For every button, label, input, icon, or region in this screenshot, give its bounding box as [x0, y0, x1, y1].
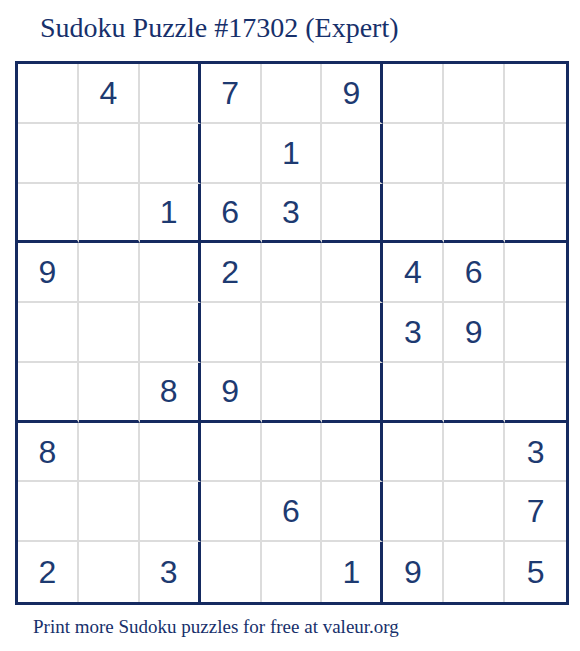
cell-r4c6: [322, 243, 383, 303]
cell-r6c3: 8: [140, 363, 201, 423]
cell-r6c7: [383, 363, 444, 423]
cell-r2c1: [18, 124, 79, 184]
cell-r2c9: [505, 124, 566, 184]
cell-r9c1: 2: [18, 542, 79, 602]
cell-r5c1: [18, 303, 79, 363]
cell-r1c6: 9: [322, 64, 383, 124]
cell-r3c6: [322, 184, 383, 244]
cell-r7c1: 8: [18, 423, 79, 483]
cell-r2c8: [444, 124, 505, 184]
cell-r7c4: [201, 423, 262, 483]
cell-r5c8: 9: [444, 303, 505, 363]
cell-r3c8: [444, 184, 505, 244]
cell-r7c8: [444, 423, 505, 483]
cell-r8c4: [201, 482, 262, 542]
cell-r2c3: [140, 124, 201, 184]
cell-r9c6: 1: [322, 542, 383, 602]
cell-r3c2: [79, 184, 140, 244]
page: Sudoku Puzzle #17302 (Expert) 4791163924…: [0, 0, 580, 651]
cell-r4c2: [79, 243, 140, 303]
cell-r3c3: 1: [140, 184, 201, 244]
cell-r6c4: 9: [201, 363, 262, 423]
cell-r3c7: [383, 184, 444, 244]
cell-r3c4: 6: [201, 184, 262, 244]
cell-r9c3: 3: [140, 542, 201, 602]
cell-r4c3: [140, 243, 201, 303]
cell-r5c4: [201, 303, 262, 363]
cell-r1c5: [262, 64, 323, 124]
cell-r9c7: 9: [383, 542, 444, 602]
cell-r4c5: [262, 243, 323, 303]
cell-r6c8: [444, 363, 505, 423]
sudoku-grid: 479116392463989836723195: [15, 61, 569, 605]
cell-r5c5: [262, 303, 323, 363]
cell-r9c4: [201, 542, 262, 602]
cell-r6c6: [322, 363, 383, 423]
cell-r5c7: 3: [383, 303, 444, 363]
cell-r2c2: [79, 124, 140, 184]
cell-r2c5: 1: [262, 124, 323, 184]
cell-r7c2: [79, 423, 140, 483]
cell-r8c9: 7: [505, 482, 566, 542]
cell-r1c7: [383, 64, 444, 124]
cell-r1c1: [18, 64, 79, 124]
cell-r9c5: [262, 542, 323, 602]
cell-r3c9: [505, 184, 566, 244]
cell-r5c3: [140, 303, 201, 363]
cell-r4c7: 4: [383, 243, 444, 303]
cell-r6c5: [262, 363, 323, 423]
cell-r8c7: [383, 482, 444, 542]
cell-r6c1: [18, 363, 79, 423]
cell-r9c9: 5: [505, 542, 566, 602]
cell-r5c2: [79, 303, 140, 363]
cell-r7c9: 3: [505, 423, 566, 483]
cell-r9c8: [444, 542, 505, 602]
cell-r5c9: [505, 303, 566, 363]
cell-r1c4: 7: [201, 64, 262, 124]
cell-r5c6: [322, 303, 383, 363]
cell-r2c6: [322, 124, 383, 184]
cell-r7c6: [322, 423, 383, 483]
cell-r8c2: [79, 482, 140, 542]
cell-r7c3: [140, 423, 201, 483]
cell-r7c7: [383, 423, 444, 483]
cell-r4c1: 9: [18, 243, 79, 303]
cell-r1c2: 4: [79, 64, 140, 124]
cell-r1c8: [444, 64, 505, 124]
cell-r8c3: [140, 482, 201, 542]
cell-r1c9: [505, 64, 566, 124]
footer-text: Print more Sudoku puzzles for free at va…: [33, 616, 399, 638]
puzzle-title: Sudoku Puzzle #17302 (Expert): [40, 12, 399, 44]
cell-r4c9: [505, 243, 566, 303]
cell-r2c7: [383, 124, 444, 184]
cell-r9c2: [79, 542, 140, 602]
cell-r4c8: 6: [444, 243, 505, 303]
cell-r6c2: [79, 363, 140, 423]
cell-r8c8: [444, 482, 505, 542]
cell-r2c4: [201, 124, 262, 184]
cell-r3c5: 3: [262, 184, 323, 244]
cell-r8c1: [18, 482, 79, 542]
cell-r1c3: [140, 64, 201, 124]
cell-r7c5: [262, 423, 323, 483]
cell-r4c4: 2: [201, 243, 262, 303]
cell-r8c5: 6: [262, 482, 323, 542]
cell-r3c1: [18, 184, 79, 244]
cell-r8c6: [322, 482, 383, 542]
cell-r6c9: [505, 363, 566, 423]
